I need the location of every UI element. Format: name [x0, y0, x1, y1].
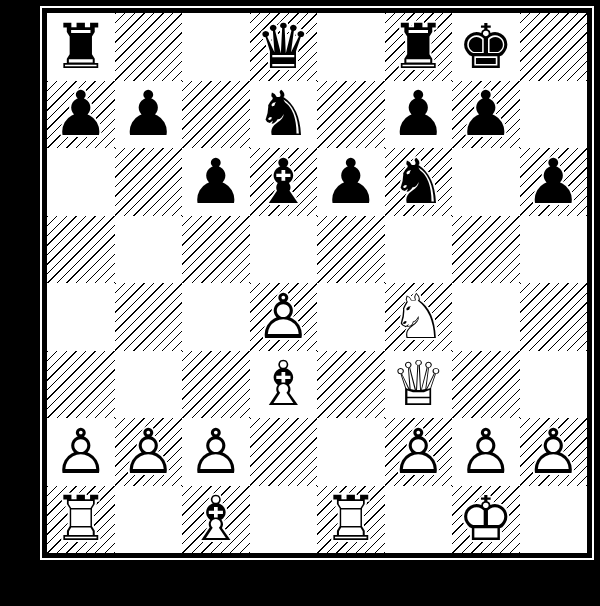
piece-glyph: ♙ — [115, 418, 183, 486]
piece-white-queen[interactable]: ♛♕ — [385, 351, 453, 419]
piece-glyph: ♙ — [47, 418, 115, 486]
piece-black-queen[interactable]: ♛♛ — [250, 13, 318, 81]
square-b2[interactable]: ♟♙ — [115, 418, 183, 486]
square-g7[interactable]: ♟♟ — [452, 81, 520, 149]
piece-glyph: ♖ — [317, 486, 385, 554]
piece-white-pawn[interactable]: ♟♙ — [182, 418, 250, 486]
square-c5[interactable] — [182, 216, 250, 284]
square-e3[interactable] — [317, 351, 385, 419]
piece-black-rook[interactable]: ♜♜ — [385, 13, 453, 81]
square-e7[interactable] — [317, 81, 385, 149]
square-c3[interactable] — [182, 351, 250, 419]
square-b4[interactable] — [115, 283, 183, 351]
piece-glyph: ♗ — [182, 486, 250, 554]
square-d8[interactable]: ♛♛ — [250, 13, 318, 81]
square-h4[interactable] — [520, 283, 588, 351]
square-a1[interactable]: ♜♖ — [47, 486, 115, 554]
square-g4[interactable] — [452, 283, 520, 351]
square-b1[interactable] — [115, 486, 183, 554]
square-d5[interactable] — [250, 216, 318, 284]
square-e8[interactable] — [317, 13, 385, 81]
square-a8[interactable]: ♜♜ — [47, 13, 115, 81]
piece-glyph: ♟ — [452, 81, 520, 149]
square-c8[interactable] — [182, 13, 250, 81]
piece-glyph: ♕ — [385, 351, 453, 419]
piece-glyph: ♜ — [385, 13, 453, 81]
piece-black-knight[interactable]: ♞♞ — [385, 148, 453, 216]
piece-glyph: ♟ — [520, 148, 588, 216]
piece-white-pawn[interactable]: ♟♙ — [520, 418, 588, 486]
piece-black-pawn[interactable]: ♟♟ — [452, 81, 520, 149]
diagram-sheet: ♜♜♛♛♜♜♚♚♟♟♟♟♞♞♟♟♟♟♟♟♝♝♟♟♞♞♟♟♟♙♞♘♝♗♛♕♟♙♟♙… — [40, 6, 594, 560]
piece-black-bishop[interactable]: ♝♝ — [250, 148, 318, 216]
piece-glyph: ♘ — [385, 283, 453, 351]
square-f2[interactable]: ♟♙ — [385, 418, 453, 486]
square-d2[interactable] — [250, 418, 318, 486]
piece-glyph: ♖ — [47, 486, 115, 554]
square-g3[interactable] — [452, 351, 520, 419]
square-d6[interactable]: ♝♝ — [250, 148, 318, 216]
piece-glyph: ♝ — [250, 148, 318, 216]
piece-black-king[interactable]: ♚♚ — [452, 13, 520, 81]
square-b7[interactable]: ♟♟ — [115, 81, 183, 149]
square-d1[interactable] — [250, 486, 318, 554]
piece-black-pawn[interactable]: ♟♟ — [115, 81, 183, 149]
square-h7[interactable] — [520, 81, 588, 149]
square-f3[interactable]: ♛♕ — [385, 351, 453, 419]
piece-white-pawn[interactable]: ♟♙ — [115, 418, 183, 486]
piece-black-pawn[interactable]: ♟♟ — [520, 148, 588, 216]
square-f6[interactable]: ♞♞ — [385, 148, 453, 216]
piece-black-knight[interactable]: ♞♞ — [250, 81, 318, 149]
piece-glyph: ♙ — [452, 418, 520, 486]
square-b3[interactable] — [115, 351, 183, 419]
square-g8[interactable]: ♚♚ — [452, 13, 520, 81]
square-c7[interactable] — [182, 81, 250, 149]
square-a4[interactable] — [47, 283, 115, 351]
piece-glyph: ♗ — [250, 351, 318, 419]
square-a7[interactable]: ♟♟ — [47, 81, 115, 149]
piece-black-pawn[interactable]: ♟♟ — [385, 81, 453, 149]
square-b6[interactable] — [115, 148, 183, 216]
square-a3[interactable] — [47, 351, 115, 419]
square-f8[interactable]: ♜♜ — [385, 13, 453, 81]
square-h5[interactable] — [520, 216, 588, 284]
piece-glyph: ♞ — [385, 148, 453, 216]
square-f1[interactable] — [385, 486, 453, 554]
piece-glyph: ♟ — [182, 148, 250, 216]
square-g1[interactable]: ♚♔ — [452, 486, 520, 554]
piece-black-pawn[interactable]: ♟♟ — [182, 148, 250, 216]
piece-glyph: ♟ — [317, 148, 385, 216]
square-e6[interactable]: ♟♟ — [317, 148, 385, 216]
chess-board: ♜♜♛♛♜♜♚♚♟♟♟♟♞♞♟♟♟♟♟♟♝♝♟♟♞♞♟♟♟♙♞♘♝♗♛♕♟♙♟♙… — [42, 8, 592, 558]
piece-glyph: ♙ — [182, 418, 250, 486]
piece-glyph: ♔ — [452, 486, 520, 554]
piece-white-pawn[interactable]: ♟♙ — [385, 418, 453, 486]
square-c4[interactable] — [182, 283, 250, 351]
piece-glyph: ♟ — [385, 81, 453, 149]
square-d7[interactable]: ♞♞ — [250, 81, 318, 149]
piece-white-bishop[interactable]: ♝♗ — [182, 486, 250, 554]
square-g5[interactable] — [452, 216, 520, 284]
piece-white-pawn[interactable]: ♟♙ — [452, 418, 520, 486]
square-h6[interactable]: ♟♟ — [520, 148, 588, 216]
piece-glyph: ♙ — [385, 418, 453, 486]
square-d4[interactable]: ♟♙ — [250, 283, 318, 351]
square-a6[interactable] — [47, 148, 115, 216]
piece-black-rook[interactable]: ♜♜ — [47, 13, 115, 81]
square-h2[interactable]: ♟♙ — [520, 418, 588, 486]
square-e4[interactable] — [317, 283, 385, 351]
piece-white-king[interactable]: ♚♔ — [452, 486, 520, 554]
square-c2[interactable]: ♟♙ — [182, 418, 250, 486]
piece-glyph: ♟ — [47, 81, 115, 149]
square-d3[interactable]: ♝♗ — [250, 351, 318, 419]
piece-white-rook[interactable]: ♜♖ — [47, 486, 115, 554]
square-c1[interactable]: ♝♗ — [182, 486, 250, 554]
piece-glyph: ♙ — [520, 418, 588, 486]
square-e1[interactable]: ♜♖ — [317, 486, 385, 554]
piece-glyph: ♚ — [452, 13, 520, 81]
square-b5[interactable] — [115, 216, 183, 284]
square-g6[interactable] — [452, 148, 520, 216]
piece-black-pawn[interactable]: ♟♟ — [317, 148, 385, 216]
square-f5[interactable] — [385, 216, 453, 284]
piece-white-rook[interactable]: ♜♖ — [317, 486, 385, 554]
square-h1[interactable] — [520, 486, 588, 554]
square-a2[interactable]: ♟♙ — [47, 418, 115, 486]
square-h8[interactable] — [520, 13, 588, 81]
page-background: ♜♜♛♛♜♜♚♚♟♟♟♟♞♞♟♟♟♟♟♟♝♝♟♟♞♞♟♟♟♙♞♘♝♗♛♕♟♙♟♙… — [0, 0, 600, 606]
piece-glyph: ♟ — [115, 81, 183, 149]
square-b8[interactable] — [115, 13, 183, 81]
square-f4[interactable]: ♞♘ — [385, 283, 453, 351]
piece-white-pawn[interactable]: ♟♙ — [47, 418, 115, 486]
piece-glyph: ♙ — [250, 283, 318, 351]
piece-white-bishop[interactable]: ♝♗ — [250, 351, 318, 419]
piece-glyph: ♜ — [47, 13, 115, 81]
square-h3[interactable] — [520, 351, 588, 419]
piece-glyph: ♛ — [250, 13, 318, 81]
piece-white-knight[interactable]: ♞♘ — [385, 283, 453, 351]
piece-white-pawn[interactable]: ♟♙ — [250, 283, 318, 351]
square-c6[interactable]: ♟♟ — [182, 148, 250, 216]
square-e2[interactable] — [317, 418, 385, 486]
square-g2[interactable]: ♟♙ — [452, 418, 520, 486]
piece-glyph: ♞ — [250, 81, 318, 149]
piece-black-pawn[interactable]: ♟♟ — [47, 81, 115, 149]
square-e5[interactable] — [317, 216, 385, 284]
square-f7[interactable]: ♟♟ — [385, 81, 453, 149]
square-a5[interactable] — [47, 216, 115, 284]
